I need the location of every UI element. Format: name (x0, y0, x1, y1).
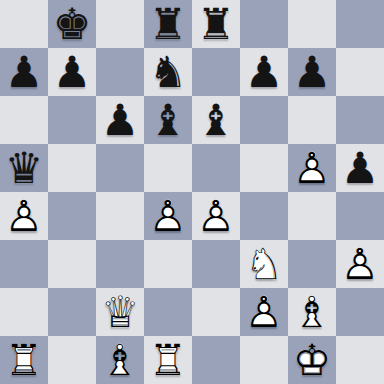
square-f1[interactable] (240, 336, 288, 384)
piece-white-pawn: ♟♙ (240, 288, 288, 336)
piece-white-knight: ♞♘ (240, 240, 288, 288)
piece-white-king: ♚♔ (288, 336, 336, 384)
square-h2[interactable] (336, 288, 384, 336)
square-c4[interactable] (96, 192, 144, 240)
piece-white-rook: ♜♖ (144, 336, 192, 384)
piece-white-rook: ♜♖ (0, 336, 48, 384)
square-h4[interactable] (336, 192, 384, 240)
square-h3[interactable]: ♟♙ (336, 240, 384, 288)
square-e8[interactable]: ♜ (192, 0, 240, 48)
square-b7[interactable]: ♟ (48, 48, 96, 96)
square-f7[interactable]: ♟ (240, 48, 288, 96)
piece-black-pawn: ♟ (336, 144, 384, 192)
square-a7[interactable]: ♟ (0, 48, 48, 96)
square-e7[interactable] (192, 48, 240, 96)
square-g1[interactable]: ♚♔ (288, 336, 336, 384)
piece-black-rook: ♜ (192, 0, 240, 48)
square-d4[interactable]: ♟♙ (144, 192, 192, 240)
square-f6[interactable] (240, 96, 288, 144)
square-a4[interactable]: ♟♙ (0, 192, 48, 240)
square-c3[interactable] (96, 240, 144, 288)
square-d7[interactable]: ♞ (144, 48, 192, 96)
piece-white-pawn: ♟♙ (288, 144, 336, 192)
square-g3[interactable] (288, 240, 336, 288)
square-g2[interactable]: ♝♗ (288, 288, 336, 336)
piece-white-bishop: ♝♗ (288, 288, 336, 336)
square-b3[interactable] (48, 240, 96, 288)
square-f2[interactable]: ♟♙ (240, 288, 288, 336)
square-d1[interactable]: ♜♖ (144, 336, 192, 384)
piece-black-pawn: ♟ (288, 48, 336, 96)
square-e6[interactable]: ♝ (192, 96, 240, 144)
piece-black-knight: ♞ (144, 48, 192, 96)
square-f4[interactable] (240, 192, 288, 240)
square-c8[interactable] (96, 0, 144, 48)
square-e1[interactable] (192, 336, 240, 384)
square-h8[interactable] (336, 0, 384, 48)
square-e4[interactable]: ♟♙ (192, 192, 240, 240)
square-e5[interactable] (192, 144, 240, 192)
square-h7[interactable] (336, 48, 384, 96)
square-d2[interactable] (144, 288, 192, 336)
piece-black-bishop: ♝ (144, 96, 192, 144)
square-g8[interactable] (288, 0, 336, 48)
piece-black-rook: ♜ (144, 0, 192, 48)
square-c2[interactable]: ♛♕ (96, 288, 144, 336)
square-c6[interactable]: ♟ (96, 96, 144, 144)
piece-white-queen: ♛♕ (96, 288, 144, 336)
piece-white-bishop: ♝♗ (96, 336, 144, 384)
square-d5[interactable] (144, 144, 192, 192)
square-d3[interactable] (144, 240, 192, 288)
square-a3[interactable] (0, 240, 48, 288)
square-e2[interactable] (192, 288, 240, 336)
piece-black-queen: ♛ (0, 144, 48, 192)
square-a6[interactable] (0, 96, 48, 144)
square-b6[interactable] (48, 96, 96, 144)
square-b5[interactable] (48, 144, 96, 192)
square-e3[interactable] (192, 240, 240, 288)
square-b8[interactable]: ♚ (48, 0, 96, 48)
piece-black-king: ♚ (48, 0, 96, 48)
square-b2[interactable] (48, 288, 96, 336)
square-f3[interactable]: ♞♘ (240, 240, 288, 288)
piece-black-pawn: ♟ (96, 96, 144, 144)
square-a5[interactable]: ♛ (0, 144, 48, 192)
square-f8[interactable] (240, 0, 288, 48)
square-a2[interactable] (0, 288, 48, 336)
square-c7[interactable] (96, 48, 144, 96)
square-b1[interactable] (48, 336, 96, 384)
square-h5[interactable]: ♟ (336, 144, 384, 192)
square-d6[interactable]: ♝ (144, 96, 192, 144)
square-g6[interactable] (288, 96, 336, 144)
square-d8[interactable]: ♜ (144, 0, 192, 48)
square-g5[interactable]: ♟♙ (288, 144, 336, 192)
piece-black-bishop: ♝ (192, 96, 240, 144)
piece-black-pawn: ♟ (0, 48, 48, 96)
square-h1[interactable] (336, 336, 384, 384)
square-c1[interactable]: ♝♗ (96, 336, 144, 384)
piece-white-pawn: ♟♙ (144, 192, 192, 240)
square-g4[interactable] (288, 192, 336, 240)
square-a8[interactable] (0, 0, 48, 48)
piece-black-pawn: ♟ (240, 48, 288, 96)
square-b4[interactable] (48, 192, 96, 240)
square-a1[interactable]: ♜♖ (0, 336, 48, 384)
piece-black-pawn: ♟ (48, 48, 96, 96)
square-g7[interactable]: ♟ (288, 48, 336, 96)
piece-white-pawn: ♟♙ (336, 240, 384, 288)
piece-white-pawn: ♟♙ (0, 192, 48, 240)
chess-board: ♚♜♜♟♟♞♟♟♟♝♝♛♟♙♟♟♙♟♙♟♙♞♘♟♙♛♕♟♙♝♗♜♖♝♗♜♖♚♔ (0, 0, 384, 384)
piece-white-pawn: ♟♙ (192, 192, 240, 240)
square-f5[interactable] (240, 144, 288, 192)
square-h6[interactable] (336, 96, 384, 144)
square-c5[interactable] (96, 144, 144, 192)
